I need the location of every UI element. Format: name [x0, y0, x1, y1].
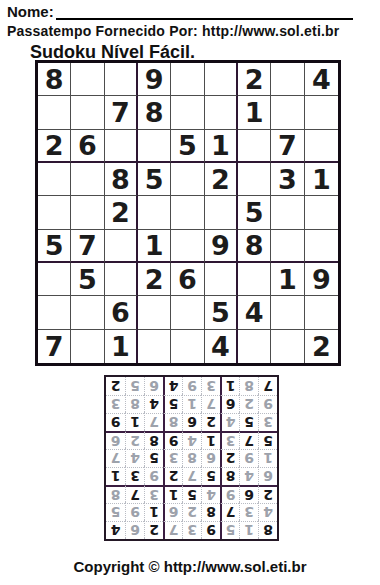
puzzle-cell-r7c5: 6 — [171, 263, 204, 296]
solution-cell-r6c3: 3 — [220, 431, 239, 449]
puzzle-cell-r2c7: 1 — [238, 96, 271, 129]
puzzle-cell-r8c8[interactable] — [271, 296, 304, 329]
solution-grid-rotated: 8159372644378261952694513786485729311926… — [104, 375, 279, 541]
sudoku-worksheet-page: Nome: Passatempo Fornecido Por: http://w… — [0, 0, 380, 585]
puzzle-cell-r5c3: 2 — [105, 196, 138, 229]
puzzle-cell-r6c2: 7 — [71, 230, 104, 263]
puzzle-cell-r8c5[interactable] — [171, 296, 204, 329]
solution-cell-r1c7: 2 — [144, 521, 163, 539]
puzzle-cell-r9c8[interactable] — [271, 330, 304, 363]
solution-cell-r8c3: 6 — [220, 395, 239, 413]
solution-cell-r8c6: 5 — [163, 395, 182, 413]
puzzle-cell-r9c4[interactable] — [138, 330, 171, 363]
solution-cell-r5c9: 7 — [106, 449, 125, 467]
name-label: Nome: — [7, 3, 54, 20]
solution-cell-r3c4: 4 — [201, 485, 220, 503]
solution-cell-r2c3: 7 — [220, 503, 239, 521]
puzzle-cell-r5c2[interactable] — [71, 196, 104, 229]
solution-cell-r6c4: 1 — [201, 431, 220, 449]
solution-cell-r2c1: 4 — [258, 503, 277, 521]
solution-cell-r3c9: 8 — [106, 485, 125, 503]
solution-cell-r4c9: 1 — [106, 467, 125, 485]
solution-cell-r3c8: 7 — [125, 485, 144, 503]
solution-cell-r6c6: 9 — [163, 431, 182, 449]
puzzle-cell-r1c9: 4 — [305, 63, 338, 96]
puzzle-cell-r8c3: 6 — [105, 296, 138, 329]
puzzle-cell-r4c1[interactable] — [38, 163, 71, 196]
puzzle-cell-r1c3[interactable] — [105, 63, 138, 96]
solution-cell-r1c4: 9 — [201, 521, 220, 539]
puzzle-cell-r9c1: 7 — [38, 330, 71, 363]
puzzle-cell-r5c1[interactable] — [38, 196, 71, 229]
solution-cell-r4c4: 5 — [201, 467, 220, 485]
puzzle-cell-r4c8: 3 — [271, 163, 304, 196]
copyright-text: Copyright © http://www.sol.eti.br — [0, 558, 380, 575]
solution-cell-r9c5: 9 — [182, 377, 201, 395]
solution-cell-r2c8: 9 — [125, 503, 144, 521]
solution-cell-r3c7: 3 — [144, 485, 163, 503]
puzzle-cell-r9c9: 2 — [305, 330, 338, 363]
puzzle-cell-r5c7: 5 — [238, 196, 271, 229]
name-blank-line — [56, 3, 353, 20]
solution-cell-r1c5: 3 — [182, 521, 201, 539]
solution-cell-r1c6: 7 — [163, 521, 182, 539]
solution-cell-r4c8: 3 — [125, 467, 144, 485]
solution-cell-r7c5: 6 — [182, 413, 201, 431]
puzzle-cell-r9c2[interactable] — [71, 330, 104, 363]
solution-cell-r4c3: 8 — [220, 467, 239, 485]
solution-cell-r7c3: 4 — [220, 413, 239, 431]
solution-cell-r9c4: 3 — [201, 377, 220, 395]
solution-cell-r2c6: 6 — [163, 503, 182, 521]
puzzle-cell-r8c2[interactable] — [71, 296, 104, 329]
puzzle-cell-r3c8: 7 — [271, 130, 304, 163]
puzzle-cell-r9c3: 1 — [105, 330, 138, 363]
puzzle-cell-r3c2: 6 — [71, 130, 104, 163]
solution-cell-r4c5: 7 — [182, 467, 201, 485]
solution-cell-r8c2: 2 — [239, 395, 258, 413]
solution-cell-r3c2: 6 — [239, 485, 258, 503]
solution-cell-r5c8: 4 — [125, 449, 144, 467]
solution-cell-r7c9: 9 — [106, 413, 125, 431]
puzzle-cell-r6c4: 1 — [138, 230, 171, 263]
puzzle-cell-r4c5[interactable] — [171, 163, 204, 196]
puzzle-cell-r4c7[interactable] — [238, 163, 271, 196]
puzzle-cell-r6c8[interactable] — [271, 230, 304, 263]
solution-cell-r7c1: 3 — [258, 413, 277, 431]
solution-cell-r5c6: 3 — [163, 449, 182, 467]
puzzle-cell-r8c9[interactable] — [305, 296, 338, 329]
puzzle-cell-r6c1: 5 — [38, 230, 71, 263]
puzzle-cell-r8c4[interactable] — [138, 296, 171, 329]
puzzle-cell-r5c8[interactable] — [271, 196, 304, 229]
solution-cell-r7c2: 5 — [239, 413, 258, 431]
solution-cell-r9c3: 1 — [220, 377, 239, 395]
puzzle-cell-r2c2[interactable] — [71, 96, 104, 129]
puzzle-cell-r2c5[interactable] — [171, 96, 204, 129]
solution-cell-r5c7: 5 — [144, 449, 163, 467]
solution-cell-r8c4: 7 — [201, 395, 220, 413]
puzzle-cell-r4c2[interactable] — [71, 163, 104, 196]
solution-cell-r8c9: 3 — [106, 395, 125, 413]
puzzle-cell-r7c7[interactable] — [238, 263, 271, 296]
puzzle-cell-r9c6: 4 — [205, 330, 238, 363]
solution-cell-r2c7: 1 — [144, 503, 163, 521]
puzzle-cell-r2c6[interactable] — [205, 96, 238, 129]
solution-cell-r4c2: 4 — [239, 467, 258, 485]
solution-cell-r7c6: 8 — [163, 413, 182, 431]
puzzle-cell-r7c1[interactable] — [38, 263, 71, 296]
puzzle-cell-r6c3[interactable] — [105, 230, 138, 263]
solution-cell-r3c1: 2 — [258, 485, 277, 503]
puzzle-cell-r2c3: 7 — [105, 96, 138, 129]
provider-line: Passatempo Fornecido Por: http://www.sol… — [7, 23, 339, 39]
solution-cell-r8c7: 4 — [144, 395, 163, 413]
puzzle-cell-r5c6[interactable] — [205, 196, 238, 229]
puzzle-cell-r1c8[interactable] — [271, 63, 304, 96]
puzzle-cell-r8c7: 4 — [238, 296, 271, 329]
puzzle-cell-r8c1[interactable] — [38, 296, 71, 329]
solution-cell-r8c8: 8 — [125, 395, 144, 413]
puzzle-cell-r6c9[interactable] — [305, 230, 338, 263]
solution-cell-r9c2: 8 — [239, 377, 258, 395]
solution-cell-r1c1: 8 — [258, 521, 277, 539]
solution-cell-r5c2: 9 — [239, 449, 258, 467]
puzzle-cell-r1c6[interactable] — [205, 63, 238, 96]
solution-cell-r9c6: 4 — [163, 377, 182, 395]
puzzle-cell-r7c9: 9 — [305, 263, 338, 296]
solution-cell-r3c5: 5 — [182, 485, 201, 503]
puzzle-grid: 892478126517852312557198526196547142 — [35, 60, 341, 366]
solution-cell-r4c7: 9 — [144, 467, 163, 485]
puzzle-cell-r6c7: 8 — [238, 230, 271, 263]
puzzle-cell-r2c1[interactable] — [38, 96, 71, 129]
solution-cell-r6c8: 2 — [125, 431, 144, 449]
name-row: Nome: — [7, 3, 380, 20]
puzzle-cell-r3c6: 1 — [205, 130, 238, 163]
solution-cell-r8c1: 9 — [258, 395, 277, 413]
puzzle-cell-r4c6: 2 — [205, 163, 238, 196]
solution-cell-r3c6: 1 — [163, 485, 182, 503]
solution-cell-r1c3: 5 — [220, 521, 239, 539]
puzzle-cell-r3c9[interactable] — [305, 130, 338, 163]
solution-cell-r9c9: 2 — [106, 377, 125, 395]
solution-grid: 8159372644378261952694513786485729311926… — [104, 375, 279, 541]
solution-cell-r6c5: 4 — [182, 431, 201, 449]
puzzle-cell-r7c2: 5 — [71, 263, 104, 296]
puzzle-cell-r9c7[interactable] — [238, 330, 271, 363]
solution-cell-r7c7: 7 — [144, 413, 163, 431]
solution-cell-r4c6: 2 — [163, 467, 182, 485]
solution-cell-r5c3: 2 — [220, 449, 239, 467]
solution-cell-r6c2: 7 — [239, 431, 258, 449]
puzzle-cell-r1c2[interactable] — [71, 63, 104, 96]
puzzle-cell-r1c1: 8 — [38, 63, 71, 96]
puzzle-cell-r5c9[interactable] — [305, 196, 338, 229]
puzzle-cell-r7c6[interactable] — [205, 263, 238, 296]
puzzle-cell-r7c4: 2 — [138, 263, 171, 296]
solution-cell-r6c9: 6 — [106, 431, 125, 449]
solution-cell-r2c2: 3 — [239, 503, 258, 521]
puzzle-cell-r1c7: 2 — [238, 63, 271, 96]
puzzle-cell-r6c5[interactable] — [171, 230, 204, 263]
puzzle-cell-r4c3: 8 — [105, 163, 138, 196]
solution-cell-r9c1: 7 — [258, 377, 277, 395]
puzzle-cell-r5c4[interactable] — [138, 196, 171, 229]
puzzle-cell-r2c8[interactable] — [271, 96, 304, 129]
solution-cell-r2c4: 8 — [201, 503, 220, 521]
puzzle-cell-r2c4: 8 — [138, 96, 171, 129]
solution-cell-r6c1: 5 — [258, 431, 277, 449]
puzzle-cell-r4c4: 5 — [138, 163, 171, 196]
puzzle-cell-r3c4[interactable] — [138, 130, 171, 163]
puzzle-cell-r7c3[interactable] — [105, 263, 138, 296]
puzzle-cell-r2c9[interactable] — [305, 96, 338, 129]
solution-cell-r4c1: 6 — [258, 467, 277, 485]
solution-cell-r1c8: 6 — [125, 521, 144, 539]
puzzle-cell-r7c8: 1 — [271, 263, 304, 296]
puzzle-cell-r6c6: 9 — [205, 230, 238, 263]
solution-cell-r2c9: 5 — [106, 503, 125, 521]
puzzle-cell-r5c5[interactable] — [171, 196, 204, 229]
solution-cell-r1c2: 1 — [239, 521, 258, 539]
solution-cell-r9c7: 6 — [144, 377, 163, 395]
solution-cell-r3c3: 9 — [220, 485, 239, 503]
solution-cell-r5c4: 6 — [201, 449, 220, 467]
solution-cell-r7c8: 1 — [125, 413, 144, 431]
puzzle-cell-r3c5: 5 — [171, 130, 204, 163]
solution-cell-r9c8: 5 — [125, 377, 144, 395]
solution-cell-r8c5: 1 — [182, 395, 201, 413]
solution-cell-r5c5: 8 — [182, 449, 201, 467]
puzzle-cell-r3c7[interactable] — [238, 130, 271, 163]
puzzle-cell-r1c5[interactable] — [171, 63, 204, 96]
puzzle-cell-r4c9: 1 — [305, 163, 338, 196]
solution-cell-r1c9: 4 — [106, 521, 125, 539]
puzzle-cell-r1c4: 9 — [138, 63, 171, 96]
puzzle-cell-r8c6: 5 — [205, 296, 238, 329]
puzzle-cell-r9c5[interactable] — [171, 330, 204, 363]
puzzle-cell-r3c1: 2 — [38, 130, 71, 163]
solution-cell-r5c1: 1 — [258, 449, 277, 467]
solution-cell-r7c4: 2 — [201, 413, 220, 431]
solution-cell-r6c7: 8 — [144, 431, 163, 449]
solution-cell-r2c5: 2 — [182, 503, 201, 521]
puzzle-cell-r3c3[interactable] — [105, 130, 138, 163]
